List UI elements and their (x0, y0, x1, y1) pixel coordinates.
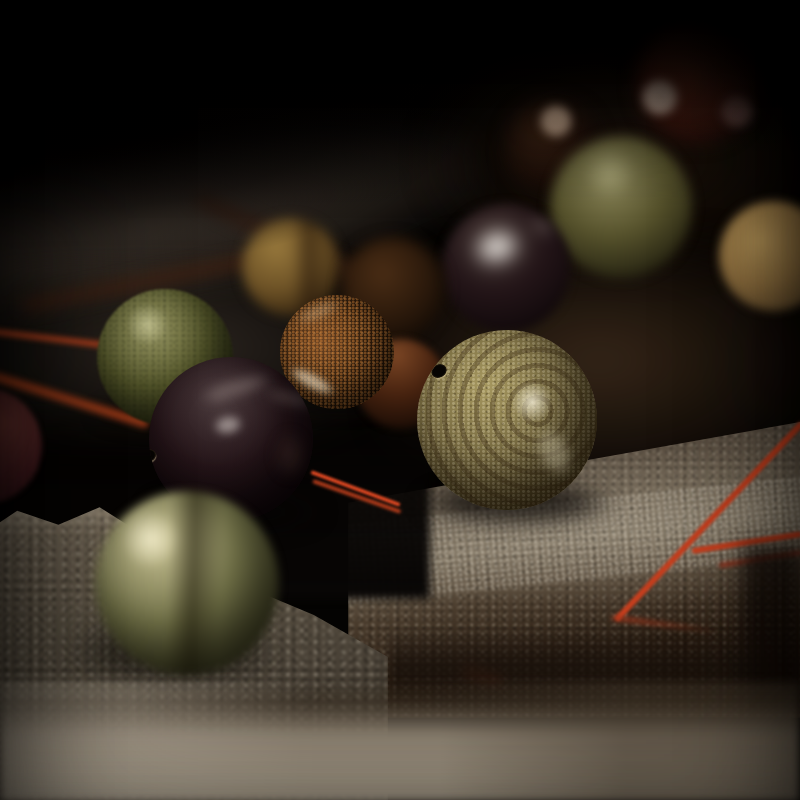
bead-ebony-back (442, 204, 570, 332)
bead-green-foreground (95, 491, 279, 675)
bead-ebony-large-glint-1 (211, 413, 244, 438)
bead-ebony-back-glint-0 (470, 225, 523, 270)
bead-olive-back (550, 136, 692, 278)
bead-agarwood-hero-glint-0 (528, 421, 580, 482)
photo-stage (0, 0, 800, 800)
bokeh-mauve (720, 94, 754, 128)
bead-ebony-large-glint-3 (277, 433, 303, 477)
bokeh-cream (641, 78, 679, 116)
bead-agarwood-hero (417, 330, 597, 510)
bokeh-cream-2 (539, 104, 573, 138)
bottom-stone-strip (0, 682, 800, 800)
